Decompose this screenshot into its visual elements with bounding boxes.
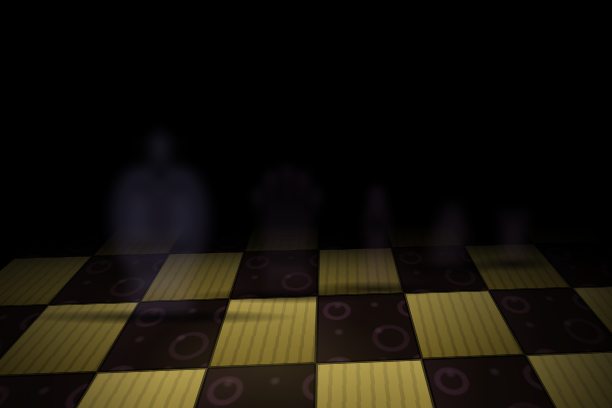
rook-reflection: ♜ (488, 211, 538, 264)
black-rook-piece: ♜ ♜ (482, 213, 545, 266)
knight-reflection: ♞ (416, 198, 480, 267)
black-knight-piece: ♞ ♞ (407, 200, 489, 269)
king-reflection: ♚ (99, 128, 220, 313)
photo-canvas: ♚ ♚ ♛ ♛ ♝ ♝ ♞ ♞ ♜ ♜ (0, 0, 612, 408)
